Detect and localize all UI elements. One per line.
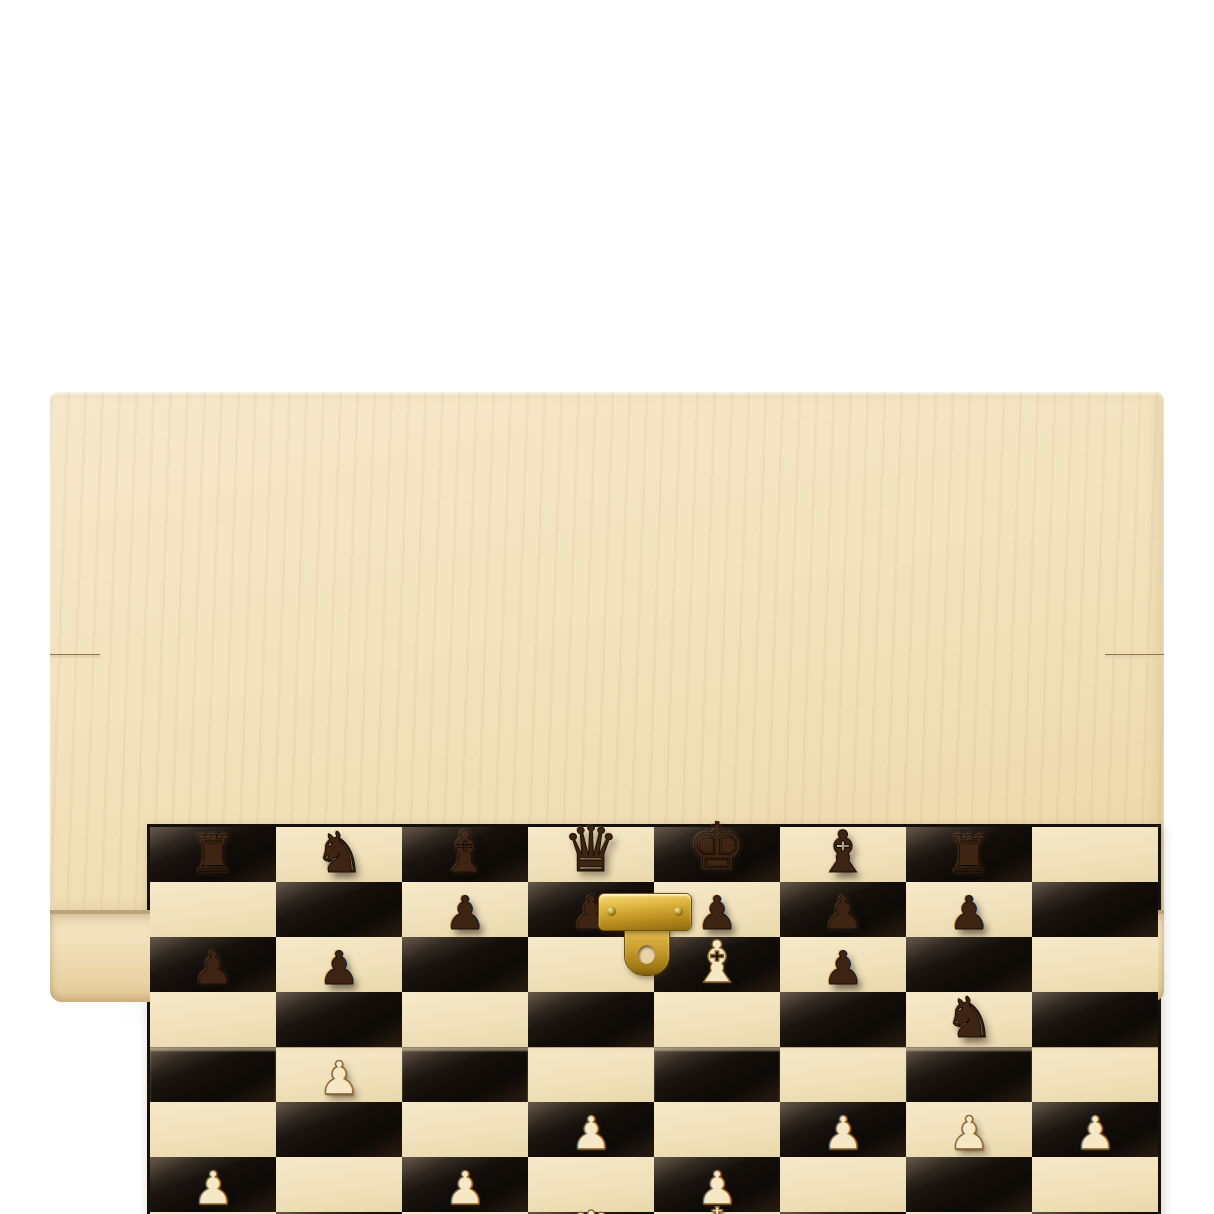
board-grid: ♜♞♝♛♚♝♜♟♟♟♟♟♟♟♝♟♞♟♟♟♟♟♟♟♟♜♞♛♚♝♞♜ [150, 827, 1158, 1214]
piece-black-bishop[interactable]: ♝ [780, 823, 906, 881]
square-c8[interactable]: ♝ [402, 827, 528, 882]
square-b8[interactable]: ♞ [276, 827, 402, 882]
piece-white-bishop[interactable]: ♝ [780, 1208, 906, 1214]
piece-black-rook[interactable]: ♜ [906, 828, 1032, 881]
photo-canvas: ♜♞♝♛♚♝♜♟♟♟♟♟♟♟♝♟♞♟♟♟♟♟♟♟♟♜♞♛♚♝♞♜ [0, 0, 1214, 1214]
piece-white-pawn[interactable]: ♟ [780, 1110, 906, 1156]
square-b7[interactable] [276, 882, 402, 937]
square-a3[interactable] [150, 1102, 276, 1157]
square-b4[interactable]: ♟ [276, 1047, 402, 1102]
square-c7[interactable]: ♟ [402, 882, 528, 937]
square-e8[interactable]: ♚ [654, 827, 780, 882]
piece-white-knight[interactable]: ♞ [276, 1210, 402, 1214]
piece-white-pawn[interactable]: ♟ [906, 1110, 1032, 1156]
square-e4[interactable] [654, 1047, 780, 1102]
square-b5[interactable] [276, 992, 402, 1047]
square-c5[interactable] [402, 992, 528, 1047]
square-f6[interactable]: ♟ [780, 937, 906, 992]
square-a5[interactable] [150, 992, 276, 1047]
piece-white-pawn[interactable]: ♟ [528, 1110, 654, 1156]
square-c3[interactable] [402, 1102, 528, 1157]
square-b6[interactable]: ♟ [276, 937, 402, 992]
piece-black-pawn[interactable]: ♟ [276, 945, 402, 991]
square-g2[interactable] [906, 1157, 1032, 1212]
square-c6[interactable] [402, 937, 528, 992]
piece-black-knight[interactable]: ♞ [276, 825, 402, 881]
piece-black-pawn[interactable]: ♟ [402, 890, 528, 936]
square-f7[interactable]: ♟ [780, 882, 906, 937]
square-d5[interactable] [528, 992, 654, 1047]
latch-hook-icon [624, 924, 670, 976]
piece-black-king[interactable]: ♚ [654, 815, 780, 881]
square-e3[interactable] [654, 1102, 780, 1157]
piece-black-rook[interactable]: ♜ [150, 828, 276, 881]
board-surface: ♜♞♝♛♚♝♜♟♟♟♟♟♟♟♝♟♞♟♟♟♟♟♟♟♟♜♞♛♚♝♞♜ [50, 392, 1164, 910]
square-f4[interactable] [780, 1047, 906, 1102]
piece-black-pawn[interactable]: ♟ [780, 890, 906, 936]
square-h8[interactable] [1032, 827, 1158, 882]
square-h4[interactable] [1032, 1047, 1158, 1102]
square-b3[interactable] [276, 1102, 402, 1157]
square-h5[interactable] [1032, 992, 1158, 1047]
latch-plate-icon [598, 893, 692, 931]
piece-black-pawn[interactable]: ♟ [780, 945, 906, 991]
piece-white-pawn[interactable]: ♟ [1032, 1110, 1158, 1156]
square-f5[interactable] [780, 992, 906, 1047]
square-g6[interactable] [906, 937, 1032, 992]
square-a6[interactable]: ♟ [150, 937, 276, 992]
square-e6[interactable]: ♝ [654, 937, 780, 992]
screw-icon [607, 907, 616, 916]
square-g8[interactable]: ♜ [906, 827, 1032, 882]
square-h3[interactable]: ♟ [1032, 1102, 1158, 1157]
square-g7[interactable]: ♟ [906, 882, 1032, 937]
piece-white-pawn[interactable]: ♟ [276, 1055, 402, 1101]
square-d8[interactable]: ♛ [528, 827, 654, 882]
latch-hole [638, 945, 655, 964]
square-d3[interactable]: ♟ [528, 1102, 654, 1157]
square-g3[interactable]: ♟ [906, 1102, 1032, 1157]
square-a8[interactable]: ♜ [150, 827, 276, 882]
piece-white-pawn[interactable]: ♟ [402, 1165, 528, 1211]
piece-white-queen[interactable]: ♛ [528, 1203, 654, 1214]
piece-white-bishop[interactable]: ♝ [654, 933, 780, 991]
piece-black-queen[interactable]: ♛ [528, 818, 654, 881]
piece-white-knight[interactable]: ♞ [906, 1210, 1032, 1214]
square-f8[interactable]: ♝ [780, 827, 906, 882]
piece-white-king[interactable]: ♚ [654, 1200, 780, 1214]
square-a4[interactable] [150, 1047, 276, 1102]
square-g5[interactable]: ♞ [906, 992, 1032, 1047]
piece-white-pawn[interactable]: ♟ [150, 1165, 276, 1211]
square-e5[interactable] [654, 992, 780, 1047]
piece-black-pawn[interactable]: ♟ [150, 945, 276, 991]
square-f3[interactable]: ♟ [780, 1102, 906, 1157]
square-a7[interactable] [150, 882, 276, 937]
square-c2[interactable]: ♟ [402, 1157, 528, 1212]
screw-icon [674, 907, 683, 916]
square-h7[interactable] [1032, 882, 1158, 937]
piece-black-bishop[interactable]: ♝ [402, 823, 528, 881]
square-d4[interactable] [528, 1047, 654, 1102]
fold-seam-left [50, 654, 100, 658]
square-a2[interactable]: ♟ [150, 1157, 276, 1212]
square-h2[interactable] [1032, 1157, 1158, 1212]
fold-seam-right [1105, 654, 1164, 658]
square-b2[interactable] [276, 1157, 402, 1212]
square-c4[interactable] [402, 1047, 528, 1102]
playing-area: ♜♞♝♛♚♝♜♟♟♟♟♟♟♟♝♟♞♟♟♟♟♟♟♟♟♜♞♛♚♝♞♜ [147, 824, 1161, 1214]
piece-black-pawn[interactable]: ♟ [906, 890, 1032, 936]
square-h6[interactable] [1032, 937, 1158, 992]
piece-black-knight[interactable]: ♞ [906, 990, 1032, 1046]
square-g4[interactable] [906, 1047, 1032, 1102]
